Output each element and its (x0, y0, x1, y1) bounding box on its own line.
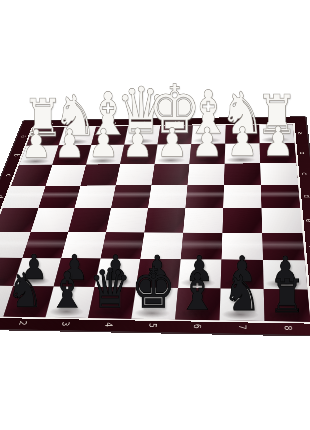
square-r3c1 (38, 186, 80, 208)
square-r4c7 (261, 208, 302, 233)
square-r5c6 (222, 233, 263, 260)
square-r7c3: ♛ (88, 287, 136, 319)
square-r5c7 (262, 233, 305, 260)
piece-shadow (180, 278, 216, 287)
square-r5c4 (140, 232, 183, 259)
square-r6c7: ♟ (263, 260, 308, 290)
square-r7c2: ♝ (46, 286, 95, 317)
square-r5c2 (61, 232, 106, 258)
square-r0c3: ♛ (124, 126, 160, 145)
piece-shadow (261, 137, 290, 143)
piece-shadow (159, 138, 188, 144)
square-r6c3: ♟ (95, 259, 141, 288)
square-r7c7: ♜ (264, 289, 310, 322)
square-r6c2: ♟ (54, 258, 101, 287)
square-r2c7 (260, 163, 298, 185)
piece-shadow (15, 277, 51, 286)
square-r2c3 (116, 164, 155, 185)
piece-shadow (193, 138, 222, 144)
square-r1c1: ♟ (52, 145, 91, 165)
board-squares: ♜♞♝♛♚♝♞♜♟♟♟♟♟♟♟♟♟♟♟♟♟♟♟♟♜♞♝♛♚♝♞♜ (0, 124, 310, 322)
square-r3c6 (223, 185, 261, 208)
piece-shadow (138, 278, 174, 287)
piece-shadow (122, 158, 152, 164)
piece-shadow (21, 158, 51, 164)
square-r3c3 (111, 185, 151, 208)
square-r3c4 (148, 185, 187, 208)
square-r2c4 (151, 164, 189, 185)
piece-shadow (93, 139, 122, 145)
piece-shadow (133, 308, 171, 318)
square-r4c6 (222, 208, 262, 233)
piece-shadow (5, 306, 43, 316)
square-r1c5: ♟ (189, 144, 225, 164)
piece-shadow (54, 158, 84, 164)
square-r0c7: ♜ (259, 124, 294, 143)
piece-shadow (177, 309, 215, 319)
square-r6c5: ♟ (178, 259, 222, 288)
square-r2c2 (81, 164, 121, 185)
square-r5c1 (22, 232, 68, 258)
square-r3c2 (75, 185, 116, 208)
square-r5c5 (181, 233, 223, 260)
square-r0c6: ♞ (225, 125, 259, 144)
piece-shadow (56, 277, 92, 286)
square-r7c6: ♞ (220, 289, 265, 321)
square-r1c6: ♟ (225, 143, 261, 163)
square-r7c1: ♞ (3, 286, 53, 317)
square-r7c5: ♝ (175, 288, 220, 320)
square-r2c1 (46, 165, 86, 186)
square-r1c7: ♟ (260, 143, 297, 163)
square-r3c7 (261, 185, 300, 208)
square-r4c3 (106, 208, 148, 232)
square-r4c1 (31, 208, 75, 232)
piece-shadow (90, 307, 128, 317)
product-photo: overhead product photo of a vinyl roll-u… (0, 0, 310, 430)
piece-shadow (126, 138, 155, 144)
square-r3c5 (185, 185, 224, 208)
piece-shadow (191, 157, 221, 163)
square-r5c3 (101, 232, 145, 259)
square-r6c4: ♟ (136, 259, 181, 288)
piece-shadow (47, 307, 85, 317)
square-r1c4: ♟ (155, 144, 192, 164)
piece-shadow (156, 157, 186, 163)
square-r0c5: ♝ (191, 125, 226, 144)
piece-shadow (60, 139, 89, 145)
square-r0c0: ♜ (26, 127, 64, 146)
piece-shadow (226, 157, 256, 163)
square-r7c4: ♚ (131, 288, 178, 320)
square-r4c4 (144, 208, 185, 233)
chess-board: 12345678 12345678 abcdefgh abcdefgh ♜♞♝♛… (0, 117, 310, 335)
square-r2c6 (224, 163, 261, 185)
piece-shadow (28, 139, 57, 145)
square-r2c5 (187, 164, 224, 186)
piece-shadow (265, 279, 302, 288)
piece-shadow (221, 310, 259, 320)
square-r6c6: ♟ (221, 260, 264, 290)
piece-shadow (261, 156, 291, 162)
square-r0c4: ♚ (158, 125, 193, 144)
piece-shadow (88, 158, 118, 164)
square-r4c5 (183, 208, 223, 233)
piece-shadow (266, 310, 305, 320)
square-r0c1: ♞ (59, 127, 96, 146)
square-r1c2: ♟ (86, 145, 124, 165)
piece-shadow (222, 279, 258, 288)
square-r4c2 (68, 208, 111, 232)
piece-shadow (0, 276, 12, 285)
square-r0c2: ♝ (91, 126, 128, 145)
piece-shadow (227, 137, 256, 143)
piece-shadow (96, 277, 132, 286)
square-r1c3: ♟ (120, 144, 157, 164)
piece-shadow (0, 306, 2, 316)
